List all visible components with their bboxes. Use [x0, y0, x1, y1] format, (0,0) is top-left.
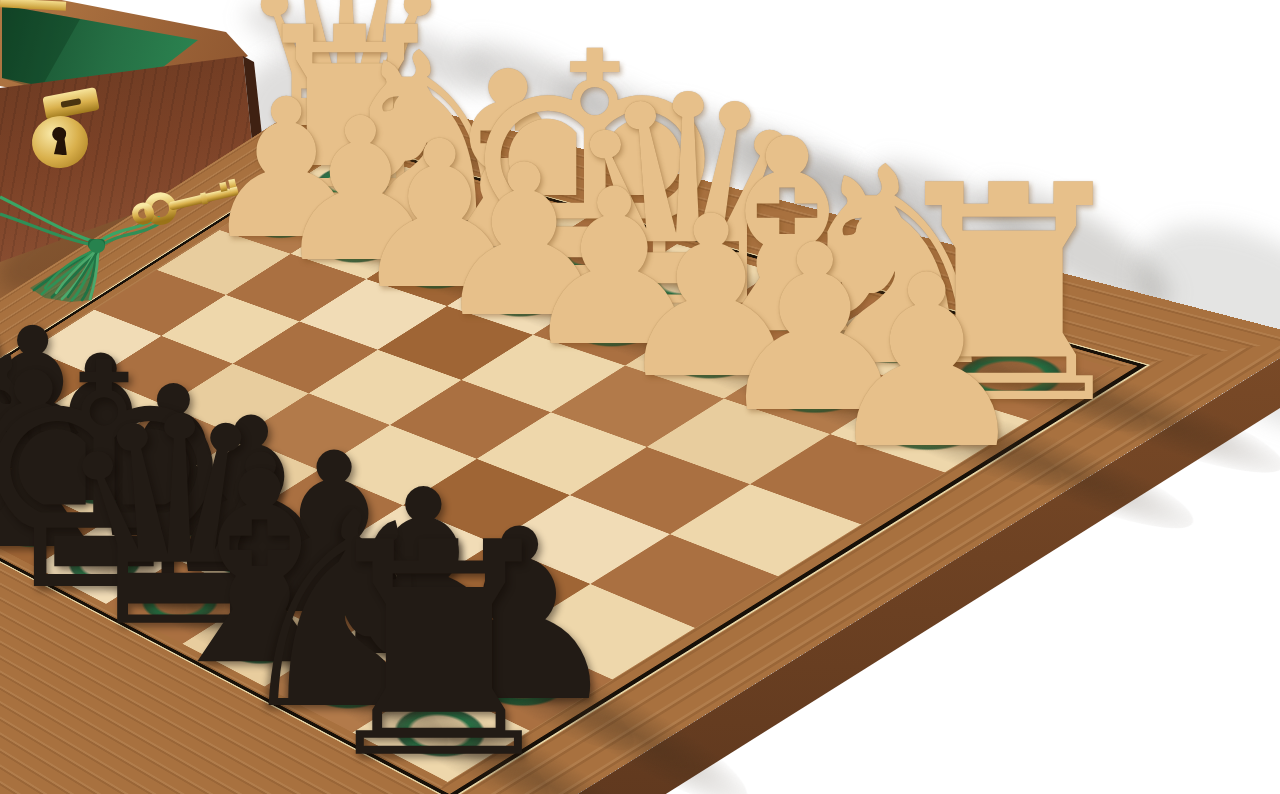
- piece-black-rook-a8: ♜: [307, 504, 572, 794]
- piece-white-pawn-a2: ♟: [820, 244, 1033, 482]
- tassel-knot: [89, 239, 105, 253]
- chess-set-product-photo: ♛♜♞♟♝♟♚♟♛♟♝♟♞♟♜♟♟♟♟♜♟♞♟♝♟♚♟♛♟♝♟♞♜: [0, 0, 1280, 794]
